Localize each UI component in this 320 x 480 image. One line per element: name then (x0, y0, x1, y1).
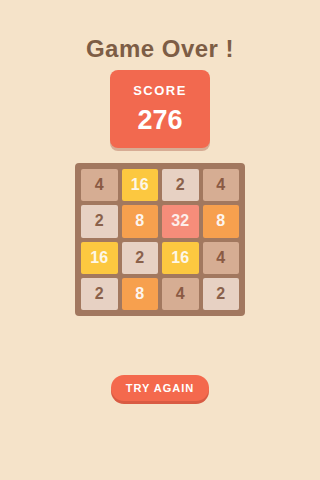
page-title: Game Over ! (0, 35, 320, 63)
score-value: 276 (110, 105, 210, 136)
tile-8: 8 (122, 205, 159, 237)
tile-16: 16 (162, 242, 199, 274)
tile-4: 4 (81, 169, 118, 201)
tile-4: 4 (203, 169, 240, 201)
tile-32: 32 (162, 205, 199, 237)
tile-4: 4 (203, 242, 240, 274)
score-card: SCORE 276 (110, 70, 210, 148)
tile-4: 4 (162, 278, 199, 310)
game-board: 41624283281621642842 (75, 163, 245, 316)
tile-8: 8 (122, 278, 159, 310)
score-label: SCORE (110, 83, 210, 98)
tile-2: 2 (203, 278, 240, 310)
tile-16: 16 (81, 242, 118, 274)
tile-2: 2 (162, 169, 199, 201)
tile-2: 2 (122, 242, 159, 274)
try-again-button[interactable]: TRY AGAIN (111, 375, 209, 401)
tile-16: 16 (122, 169, 159, 201)
tile-2: 2 (81, 278, 118, 310)
tile-2: 2 (81, 205, 118, 237)
tile-8: 8 (203, 205, 240, 237)
game-over-screen: Game Over ! SCORE 276 416242832816216428… (0, 0, 320, 480)
